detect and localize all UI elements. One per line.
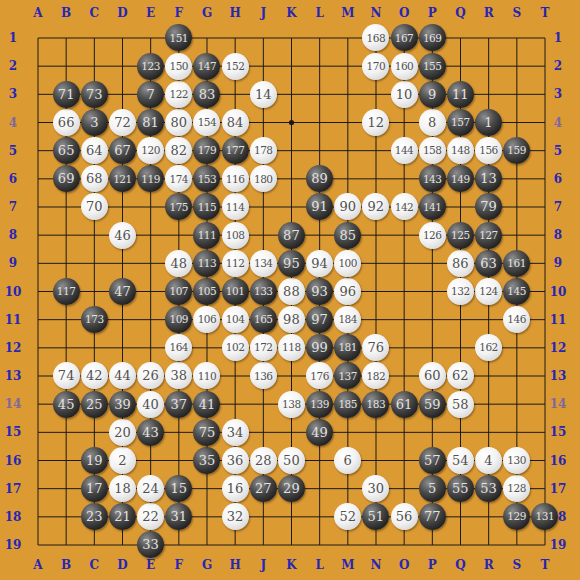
stone-C11[interactable]: 173: [81, 306, 108, 333]
move-number: 38: [170, 369, 187, 382]
move-number: 133: [254, 286, 273, 297]
stone-L15[interactable]: 49: [306, 419, 333, 446]
stone-P17[interactable]: 5: [419, 475, 446, 502]
stone-B6[interactable]: 69: [53, 165, 80, 192]
stone-R5[interactable]: 156: [475, 137, 502, 164]
stone-P6[interactable]: 143: [419, 165, 446, 192]
stone-J10[interactable]: 133: [250, 278, 277, 305]
move-number: 51: [368, 510, 385, 523]
move-number: 47: [114, 285, 131, 298]
stone-G15[interactable]: 75: [193, 419, 220, 446]
move-number: 7: [146, 88, 154, 101]
stone-M11[interactable]: 184: [334, 306, 361, 333]
stone-P1[interactable]: 169: [419, 24, 446, 51]
stone-P8[interactable]: 126: [419, 222, 446, 249]
stone-G7[interactable]: 115: [193, 193, 220, 220]
stone-J6[interactable]: 180: [250, 165, 277, 192]
coord-top-N: N: [371, 7, 382, 19]
move-number: 159: [507, 145, 526, 156]
move-number: 88: [283, 285, 300, 298]
stone-R10[interactable]: 124: [475, 278, 502, 305]
stone-F5[interactable]: 82: [165, 137, 192, 164]
coord-left-8: 8: [9, 229, 17, 241]
stone-S18[interactable]: 129: [503, 503, 530, 530]
stone-G16[interactable]: 35: [193, 447, 220, 474]
move-number: 149: [451, 174, 470, 185]
stone-E14[interactable]: 40: [137, 391, 164, 418]
coord-bottom-G: G: [202, 559, 212, 571]
move-number: 11: [452, 88, 469, 101]
stone-F9[interactable]: 48: [165, 250, 192, 277]
stone-J12[interactable]: 172: [250, 334, 277, 361]
move-number: 113: [198, 258, 217, 269]
stone-N4[interactable]: 12: [362, 109, 389, 136]
stone-G14[interactable]: 41: [193, 391, 220, 418]
stone-O7[interactable]: 142: [391, 193, 418, 220]
stone-P2[interactable]: 155: [419, 53, 446, 80]
stone-D4[interactable]: 72: [109, 109, 136, 136]
stone-H17[interactable]: 16: [222, 475, 249, 502]
move-number: 23: [86, 510, 103, 523]
stone-H8[interactable]: 108: [222, 222, 249, 249]
move-number: 102: [226, 342, 245, 353]
coord-top-R: R: [484, 7, 494, 19]
move-number: 155: [423, 61, 442, 72]
move-number: 95: [283, 257, 300, 270]
move-number: 143: [423, 174, 442, 185]
stone-J13[interactable]: 136: [250, 362, 277, 389]
stone-F10[interactable]: 107: [165, 278, 192, 305]
move-number: 6: [344, 454, 352, 467]
move-number: 148: [451, 145, 470, 156]
move-number: 67: [114, 144, 131, 157]
stone-K9[interactable]: 95: [278, 250, 305, 277]
stone-C3[interactable]: 73: [81, 81, 108, 108]
coord-top-C: C: [90, 7, 100, 19]
stone-M14[interactable]: 185: [334, 391, 361, 418]
move-number: 8: [428, 116, 436, 129]
stone-C4[interactable]: 3: [81, 109, 108, 136]
stone-K14[interactable]: 138: [278, 391, 305, 418]
stone-J3[interactable]: 14: [250, 81, 277, 108]
move-number: 1: [484, 116, 492, 129]
stone-H10[interactable]: 101: [222, 278, 249, 305]
stone-G11[interactable]: 106: [193, 306, 220, 333]
stone-M16[interactable]: 6: [334, 447, 361, 474]
stone-Q14[interactable]: 58: [447, 391, 474, 418]
stone-H2[interactable]: 152: [222, 53, 249, 80]
coord-left-10: 10: [5, 286, 22, 298]
stone-N2[interactable]: 170: [362, 53, 389, 80]
move-number: 13: [480, 172, 497, 185]
stone-T18[interactable]: 131: [531, 503, 558, 530]
stone-M7[interactable]: 90: [334, 193, 361, 220]
coord-left-15: 15: [5, 426, 22, 438]
coord-bottom-K: K: [286, 559, 296, 571]
move-number: 30: [368, 482, 385, 495]
move-number: 69: [58, 172, 75, 185]
move-number: 21: [114, 510, 131, 523]
move-number: 134: [254, 258, 273, 269]
move-number: 119: [141, 174, 160, 185]
stone-B14[interactable]: 45: [53, 391, 80, 418]
coord-bottom-Q: Q: [455, 559, 465, 571]
stone-M18[interactable]: 52: [334, 503, 361, 530]
stone-F17[interactable]: 15: [165, 475, 192, 502]
stone-S17[interactable]: 128: [503, 475, 530, 502]
move-number: 76: [368, 341, 385, 354]
stone-Q6[interactable]: 149: [447, 165, 474, 192]
move-number: 154: [198, 117, 217, 128]
stone-F3[interactable]: 122: [165, 81, 192, 108]
move-number: 37: [170, 398, 187, 411]
stone-C5[interactable]: 64: [81, 137, 108, 164]
stone-S16[interactable]: 130: [503, 447, 530, 474]
stone-L14[interactable]: 139: [306, 391, 333, 418]
stone-H4[interactable]: 84: [222, 109, 249, 136]
move-number: 183: [367, 399, 386, 410]
move-number: 145: [507, 286, 526, 297]
move-number: 22: [142, 510, 159, 523]
move-number: 129: [507, 511, 526, 522]
move-number: 118: [282, 342, 301, 353]
stone-R16[interactable]: 4: [475, 447, 502, 474]
move-number: 27: [255, 482, 272, 495]
stone-N14[interactable]: 183: [362, 391, 389, 418]
stone-E15[interactable]: 43: [137, 419, 164, 446]
move-number: 54: [452, 454, 469, 467]
stone-G10[interactable]: 105: [193, 278, 220, 305]
stone-E18[interactable]: 22: [137, 503, 164, 530]
stone-K17[interactable]: 29: [278, 475, 305, 502]
move-number: 31: [170, 510, 187, 523]
stone-M9[interactable]: 100: [334, 250, 361, 277]
move-number: 70: [86, 200, 103, 213]
stone-R9[interactable]: 63: [475, 250, 502, 277]
stone-G9[interactable]: 113: [193, 250, 220, 277]
stone-R4[interactable]: 1: [475, 109, 502, 136]
stone-O18[interactable]: 56: [391, 503, 418, 530]
stone-G4[interactable]: 154: [193, 109, 220, 136]
move-number: 97: [311, 313, 328, 326]
stone-Q8[interactable]: 125: [447, 222, 474, 249]
stone-D14[interactable]: 39: [109, 391, 136, 418]
stone-F4[interactable]: 80: [165, 109, 192, 136]
move-number: 24: [142, 482, 159, 495]
stone-H9[interactable]: 112: [222, 250, 249, 277]
stone-J16[interactable]: 28: [250, 447, 277, 474]
coord-left-3: 3: [9, 88, 17, 100]
stone-S11[interactable]: 146: [503, 306, 530, 333]
move-number: 2: [118, 454, 126, 467]
stone-E6[interactable]: 119: [137, 165, 164, 192]
stone-B4[interactable]: 66: [53, 109, 80, 136]
stone-P5[interactable]: 158: [419, 137, 446, 164]
move-number: 63: [480, 257, 497, 270]
move-number: 64: [86, 144, 103, 157]
stone-G8[interactable]: 111: [193, 222, 220, 249]
move-number: 182: [367, 371, 386, 382]
stone-H18[interactable]: 32: [222, 503, 249, 530]
stone-K11[interactable]: 98: [278, 306, 305, 333]
stone-N12[interactable]: 76: [362, 334, 389, 361]
stone-L6[interactable]: 89: [306, 165, 333, 192]
move-number: 26: [142, 369, 159, 382]
move-number: 178: [254, 145, 273, 156]
move-number: 49: [311, 426, 328, 439]
stone-O14[interactable]: 61: [391, 391, 418, 418]
stone-R6[interactable]: 13: [475, 165, 502, 192]
stone-E3[interactable]: 7: [137, 81, 164, 108]
stone-Q16[interactable]: 54: [447, 447, 474, 474]
stone-D6[interactable]: 121: [109, 165, 136, 192]
stone-H16[interactable]: 36: [222, 447, 249, 474]
stone-L12[interactable]: 99: [306, 334, 333, 361]
move-number: 41: [199, 398, 216, 411]
move-number: 180: [254, 174, 273, 185]
stone-C7[interactable]: 70: [81, 193, 108, 220]
coord-left-6: 6: [9, 173, 17, 185]
coord-top-H: H: [229, 7, 240, 19]
stone-E17[interactable]: 24: [137, 475, 164, 502]
stone-L11[interactable]: 97: [306, 306, 333, 333]
coord-left-18: 18: [5, 511, 22, 523]
stone-S5[interactable]: 159: [503, 137, 530, 164]
move-number: 61: [396, 398, 413, 411]
stone-J11[interactable]: 165: [250, 306, 277, 333]
coord-left-19: 19: [5, 539, 22, 551]
stone-E4[interactable]: 81: [137, 109, 164, 136]
stone-P7[interactable]: 141: [419, 193, 446, 220]
stone-Q5[interactable]: 148: [447, 137, 474, 164]
stone-F12[interactable]: 164: [165, 334, 192, 361]
move-number: 52: [339, 510, 356, 523]
coord-left-7: 7: [9, 201, 17, 213]
move-number: 57: [424, 454, 441, 467]
move-number: 141: [423, 202, 442, 213]
stone-C18[interactable]: 23: [81, 503, 108, 530]
stone-F18[interactable]: 31: [165, 503, 192, 530]
stone-P3[interactable]: 9: [419, 81, 446, 108]
move-number: 124: [479, 286, 498, 297]
go-board-diagram: ABCDEFGHJKLMNOPQRST ABCDEFGHJKLMNOPQRST …: [0, 0, 580, 580]
stone-M10[interactable]: 96: [334, 278, 361, 305]
stone-D8[interactable]: 46: [109, 222, 136, 249]
move-number: 43: [142, 426, 159, 439]
stone-O2[interactable]: 160: [391, 53, 418, 80]
stone-H12[interactable]: 102: [222, 334, 249, 361]
stone-S9[interactable]: 161: [503, 250, 530, 277]
coord-left-11: 11: [5, 314, 22, 326]
move-number: 74: [58, 369, 75, 382]
stone-P13[interactable]: 60: [419, 362, 446, 389]
stone-N13[interactable]: 182: [362, 362, 389, 389]
stone-F11[interactable]: 109: [165, 306, 192, 333]
stone-B13[interactable]: 74: [53, 362, 80, 389]
coord-top-A: A: [33, 7, 42, 19]
move-number: 128: [507, 483, 526, 494]
move-number: 150: [169, 61, 188, 72]
move-number: 130: [507, 455, 526, 466]
move-number: 90: [339, 200, 356, 213]
stone-G2[interactable]: 147: [193, 53, 220, 80]
stone-Q4[interactable]: 157: [447, 109, 474, 136]
move-number: 181: [338, 342, 357, 353]
stone-N1[interactable]: 168: [362, 24, 389, 51]
stone-C17[interactable]: 17: [81, 475, 108, 502]
stone-M13[interactable]: 137: [334, 362, 361, 389]
move-number: 89: [311, 172, 328, 185]
coord-left-12: 12: [5, 342, 22, 354]
stone-Q10[interactable]: 132: [447, 278, 474, 305]
stone-D18[interactable]: 21: [109, 503, 136, 530]
coord-top-F: F: [175, 7, 184, 19]
coord-top-T: T: [541, 7, 550, 19]
stone-H6[interactable]: 116: [222, 165, 249, 192]
coord-bottom-F: F: [175, 559, 184, 571]
move-number: 9: [428, 88, 436, 101]
stone-B5[interactable]: 65: [53, 137, 80, 164]
stone-L7[interactable]: 91: [306, 193, 333, 220]
stone-G5[interactable]: 179: [193, 137, 220, 164]
stone-M12[interactable]: 181: [334, 334, 361, 361]
stone-R8[interactable]: 127: [475, 222, 502, 249]
stone-E2[interactable]: 123: [137, 53, 164, 80]
move-number: 28: [255, 454, 272, 467]
stone-Q17[interactable]: 55: [447, 475, 474, 502]
move-number: 109: [169, 314, 188, 325]
move-number: 58: [452, 398, 469, 411]
coord-left-16: 16: [5, 455, 22, 467]
stone-F2[interactable]: 150: [165, 53, 192, 80]
stone-K16[interactable]: 50: [278, 447, 305, 474]
stone-H11[interactable]: 104: [222, 306, 249, 333]
stone-M8[interactable]: 85: [334, 222, 361, 249]
stone-J9[interactable]: 134: [250, 250, 277, 277]
move-number: 173: [85, 314, 104, 325]
stone-F14[interactable]: 37: [165, 391, 192, 418]
stone-F13[interactable]: 38: [165, 362, 192, 389]
stone-K8[interactable]: 87: [278, 222, 305, 249]
move-number: 156: [479, 145, 498, 156]
move-number: 184: [338, 314, 357, 325]
move-number: 56: [396, 510, 413, 523]
move-number: 19: [86, 454, 103, 467]
stone-E13[interactable]: 26: [137, 362, 164, 389]
stone-G13[interactable]: 110: [193, 362, 220, 389]
stone-D5[interactable]: 67: [109, 137, 136, 164]
stone-R17[interactable]: 53: [475, 475, 502, 502]
stone-Q3[interactable]: 11: [447, 81, 474, 108]
stone-E5[interactable]: 120: [137, 137, 164, 164]
coord-bottom-T: T: [541, 559, 550, 571]
stone-C14[interactable]: 25: [81, 391, 108, 418]
stone-F6[interactable]: 174: [165, 165, 192, 192]
stone-P18[interactable]: 77: [419, 503, 446, 530]
stone-Q13[interactable]: 62: [447, 362, 474, 389]
stone-G3[interactable]: 83: [193, 81, 220, 108]
stone-H15[interactable]: 34: [222, 419, 249, 446]
stone-Q9[interactable]: 86: [447, 250, 474, 277]
stone-P16[interactable]: 57: [419, 447, 446, 474]
stone-H5[interactable]: 177: [222, 137, 249, 164]
move-number: 136: [254, 371, 273, 382]
stone-O1[interactable]: 167: [391, 24, 418, 51]
stone-B3[interactable]: 71: [53, 81, 80, 108]
stone-O5[interactable]: 144: [391, 137, 418, 164]
move-number: 147: [198, 61, 217, 72]
move-number: 20: [114, 426, 131, 439]
coord-top-J: J: [260, 7, 266, 19]
move-number: 87: [283, 229, 300, 242]
stone-H7[interactable]: 114: [222, 193, 249, 220]
stone-D10[interactable]: 47: [109, 278, 136, 305]
stone-L9[interactable]: 94: [306, 250, 333, 277]
stone-B10[interactable]: 117: [53, 278, 80, 305]
coord-bottom-J: J: [260, 559, 266, 571]
move-number: 46: [114, 229, 131, 242]
move-number: 138: [282, 399, 301, 410]
move-number: 115: [198, 202, 217, 213]
coord-bottom-A: A: [33, 559, 42, 571]
coord-bottom-P: P: [428, 559, 437, 571]
stone-K10[interactable]: 88: [278, 278, 305, 305]
stone-R12[interactable]: 162: [475, 334, 502, 361]
move-number: 101: [226, 286, 245, 297]
move-number: 53: [480, 482, 497, 495]
stone-P4[interactable]: 8: [419, 109, 446, 136]
stone-C6[interactable]: 68: [81, 165, 108, 192]
move-number: 177: [226, 145, 245, 156]
move-number: 137: [338, 371, 357, 382]
stone-D16[interactable]: 2: [109, 447, 136, 474]
stone-C16[interactable]: 19: [81, 447, 108, 474]
stone-D15[interactable]: 20: [109, 419, 136, 446]
stone-E19[interactable]: 33: [137, 531, 164, 558]
coord-bottom-D: D: [117, 559, 127, 571]
move-number: 77: [424, 510, 441, 523]
stone-S10[interactable]: 145: [503, 278, 530, 305]
stone-D13[interactable]: 44: [109, 362, 136, 389]
stone-O3[interactable]: 10: [391, 81, 418, 108]
move-number: 120: [141, 145, 160, 156]
stone-N18[interactable]: 51: [362, 503, 389, 530]
stone-K12[interactable]: 118: [278, 334, 305, 361]
move-number: 60: [424, 369, 441, 382]
stone-D17[interactable]: 18: [109, 475, 136, 502]
stone-F7[interactable]: 175: [165, 193, 192, 220]
stone-L13[interactable]: 176: [306, 362, 333, 389]
stone-G6[interactable]: 153: [193, 165, 220, 192]
stone-P14[interactable]: 59: [419, 391, 446, 418]
move-number: 29: [283, 482, 300, 495]
stone-L10[interactable]: 93: [306, 278, 333, 305]
stone-F1[interactable]: 151: [165, 24, 192, 51]
move-number: 66: [58, 116, 75, 129]
move-number: 126: [423, 230, 442, 241]
stone-N17[interactable]: 30: [362, 475, 389, 502]
stone-J17[interactable]: 27: [250, 475, 277, 502]
stone-R7[interactable]: 79: [475, 193, 502, 220]
coord-left-4: 4: [9, 117, 17, 129]
move-number: 122: [169, 89, 188, 100]
stone-J5[interactable]: 178: [250, 137, 277, 164]
move-number: 160: [395, 61, 414, 72]
move-number: 123: [141, 61, 160, 72]
move-number: 96: [339, 285, 356, 298]
stone-N7[interactable]: 92: [362, 193, 389, 220]
stone-C13[interactable]: 42: [81, 362, 108, 389]
